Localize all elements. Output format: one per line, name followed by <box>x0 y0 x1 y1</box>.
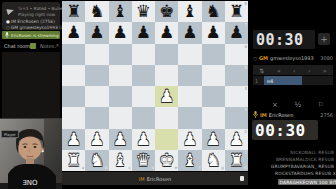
chat-toggle[interactable] <box>30 43 36 49</box>
first-move-icon[interactable]: « <box>277 67 281 74</box>
white-rook[interactable]: ♜ <box>66 152 81 169</box>
square-c3[interactable] <box>109 107 132 128</box>
player-info-row: IM EricRosen 2756 <box>253 111 333 118</box>
black-bishop[interactable]: ♝ <box>182 3 197 20</box>
black-pawn[interactable]: ♟ <box>89 24 104 41</box>
square-c1[interactable]: ♝c <box>109 150 132 171</box>
move-nav-controls: ⇅«‹›» <box>253 65 333 75</box>
offer-draw-icon[interactable]: ½ <box>294 101 301 109</box>
square-d5[interactable] <box>132 65 155 86</box>
square-b2[interactable]: ♟ <box>85 129 108 150</box>
white-bishop[interactable]: ♝ <box>182 152 197 169</box>
square-e1[interactable]: ♚e <box>155 150 178 171</box>
square-f5[interactable] <box>178 65 201 86</box>
shirt-text: ƎNO <box>22 179 38 187</box>
square-f3[interactable] <box>178 107 201 128</box>
square-h1[interactable]: ♜h1 <box>225 150 248 171</box>
board-player-bar: IM EricRosen <box>62 172 248 185</box>
square-g5[interactable] <box>202 65 225 86</box>
square-h8[interactable]: ♜8 <box>225 1 248 22</box>
white-knight[interactable]: ♞ <box>206 152 221 169</box>
square-f7[interactable]: ♟ <box>178 22 201 43</box>
next-move-icon[interactable]: › <box>308 67 310 74</box>
square-e4[interactable]: ♟ <box>155 86 178 107</box>
square-a5[interactable] <box>62 65 85 86</box>
player-title: IM <box>260 112 267 118</box>
webcam-caption: Player <box>1 130 19 138</box>
black-pawn[interactable]: ♟ <box>113 24 128 41</box>
square-d8[interactable]: ♛ <box>132 1 155 22</box>
stream-screen: ½+1 • Rated • Bullet Playing right now ●… <box>0 0 336 189</box>
square-g4[interactable] <box>202 86 225 107</box>
white-bishop[interactable]: ♝ <box>113 152 128 169</box>
rank-label: 2 <box>244 130 247 134</box>
white-pawn[interactable]: ♟ <box>182 131 197 148</box>
square-g7[interactable]: ♟ <box>202 22 225 43</box>
square-d4[interactable] <box>132 86 155 107</box>
white-pawn[interactable]: ♟ <box>206 131 221 148</box>
square-e6[interactable] <box>155 44 178 65</box>
square-f6[interactable] <box>178 44 201 65</box>
square-a1[interactable]: ♜a <box>62 150 85 171</box>
white-pawn[interactable]: ♟ <box>113 131 128 148</box>
black-pawn[interactable]: ♟ <box>182 24 197 41</box>
square-c5[interactable] <box>109 65 132 86</box>
white-pawn[interactable]: ♟ <box>89 131 104 148</box>
square-h4[interactable]: 4 <box>225 86 248 107</box>
opponent-clock: 00:30 <box>253 30 315 49</box>
white-rook[interactable]: ♜ <box>229 152 244 169</box>
square-d6[interactable] <box>132 44 155 65</box>
move-list: 1e4 <box>253 76 333 85</box>
player-clock: 00:30 <box>252 120 318 140</box>
flip-board-icon[interactable]: ⇅ <box>259 67 264 74</box>
square-a3[interactable] <box>62 107 85 128</box>
white-player-line: ●IM EricRosen (2756) <box>6 19 55 24</box>
square-f8[interactable]: ♝ <box>178 1 201 22</box>
white-king[interactable]: ♚ <box>159 152 174 169</box>
square-b7[interactable]: ♟ <box>85 22 108 43</box>
square-a6[interactable] <box>62 44 85 65</box>
file-label: e <box>175 166 177 170</box>
bullet-icon <box>6 7 15 15</box>
square-e7[interactable]: ♟ <box>155 22 178 43</box>
black-pawn[interactable]: ♟ <box>229 24 244 41</box>
stream-event: NICKOBALL RESUB X9 <box>290 150 336 155</box>
square-g6[interactable] <box>202 44 225 65</box>
online-dot-icon: ○ <box>253 56 257 61</box>
square-b5[interactable] <box>85 65 108 86</box>
square-b3[interactable] <box>85 107 108 128</box>
square-e2[interactable] <box>155 129 178 150</box>
stream-event: GRUMPYBAVARIAN_ RESUB X8 <box>271 164 336 169</box>
square-g1[interactable]: ♞g <box>202 150 225 171</box>
square-h6[interactable]: 6 <box>225 44 248 65</box>
square-e8[interactable]: ♚ <box>155 1 178 22</box>
tab-chat-room[interactable]: Chat room <box>4 43 30 49</box>
rank-label: 3 <box>244 108 247 112</box>
streamer-mic-icon <box>253 111 258 118</box>
expand-icon[interactable]: ↗ <box>54 42 59 49</box>
square-d1[interactable]: ♛d <box>132 150 155 171</box>
square-h5[interactable]: 5 <box>225 65 248 86</box>
white-knight[interactable]: ♞ <box>89 152 104 169</box>
chess-board[interactable]: ♜♞♝♛♚♝♞♜8♟♟♟♟♟♟♟♟765♟43♟♟♟♟♟♟♟2♜a♞b♝c♛d♚… <box>62 1 248 171</box>
time-control-label: ½+1 • Rated • Bullet <box>18 6 64 11</box>
white-pawn[interactable]: ♟ <box>159 88 174 105</box>
white-color-dot: ● <box>6 19 10 24</box>
file-label: h <box>244 166 247 170</box>
rank-label: 6 <box>244 45 247 49</box>
webcam-frame: ƎNO <box>0 118 62 189</box>
file-label: c <box>129 166 131 170</box>
file-label: d <box>151 166 154 170</box>
tab-notes[interactable]: Notes <box>40 43 54 49</box>
streaming-banner[interactable]: EricRosen is streaming <box>2 31 60 39</box>
square-e3[interactable] <box>155 107 178 128</box>
square-b6[interactable] <box>85 44 108 65</box>
opponent-rating: 3080 <box>320 55 333 61</box>
stream-event: ROCKSTARDUHS RESUB X11 <box>275 171 336 176</box>
white-pawn[interactable]: ♟ <box>136 131 151 148</box>
prev-move-icon[interactable]: ‹ <box>293 67 295 74</box>
square-b1[interactable]: ♞b <box>85 150 108 171</box>
white-pawn[interactable]: ♟ <box>66 131 81 148</box>
file-label: g <box>221 166 224 170</box>
white-pawn[interactable]: ♟ <box>229 131 244 148</box>
resign-flag-icon[interactable]: ⚐ <box>318 101 324 109</box>
square-a8[interactable]: ♜ <box>62 1 85 22</box>
square-c8[interactable]: ♝ <box>109 1 132 22</box>
abort-icon[interactable]: × <box>272 101 278 109</box>
black-bishop[interactable]: ♝ <box>113 3 128 20</box>
player-title: IM <box>139 176 145 182</box>
square-g8[interactable]: ♞ <box>202 1 225 22</box>
file-label: b <box>105 166 108 170</box>
square-h2[interactable]: ♟2 <box>225 129 248 150</box>
black-pawn[interactable]: ♟ <box>136 24 151 41</box>
square-f4[interactable] <box>178 86 201 107</box>
square-h3[interactable]: 3 <box>225 107 248 128</box>
overlay-badge-icon <box>240 176 244 181</box>
black-pawn[interactable]: ♟ <box>66 24 81 41</box>
square-e5[interactable] <box>155 65 178 86</box>
square-a7[interactable]: ♟ <box>62 22 85 43</box>
game-action-buttons: ×½⚐ <box>272 101 324 109</box>
player-rating: 2756 <box>320 112 333 118</box>
black-color-dot: ○ <box>6 25 10 30</box>
square-f2[interactable]: ♟ <box>178 129 201 150</box>
square-h7[interactable]: ♟7 <box>225 22 248 43</box>
opponent-title: GM <box>259 55 268 61</box>
square-a2[interactable]: ♟ <box>62 129 85 150</box>
chat-message-area <box>2 52 60 118</box>
move-index: 1 <box>253 78 264 84</box>
opponent-name[interactable]: gmwesleyso1993 <box>270 55 314 61</box>
square-d2[interactable]: ♟ <box>132 129 155 150</box>
player-name[interactable]: EricRosen <box>269 112 294 118</box>
square-g3[interactable] <box>202 107 225 128</box>
file-label: a <box>82 166 84 170</box>
stream-event: BRENNAMALDICK RESUB X9 <box>276 157 336 162</box>
square-b4[interactable] <box>85 86 108 107</box>
streaming-banner-label: EricRosen is streaming <box>11 33 59 38</box>
black-queen[interactable]: ♛ <box>136 3 151 20</box>
square-c2[interactable]: ♟ <box>109 129 132 150</box>
microphone-icon <box>5 32 9 38</box>
black-rook[interactable]: ♜ <box>66 3 81 20</box>
black-rook[interactable]: ♜ <box>229 3 244 20</box>
game-meta-box: ½+1 • Rated • Bullet Playing right now ●… <box>2 2 60 30</box>
square-d7[interactable]: ♟ <box>132 22 155 43</box>
black-king[interactable]: ♚ <box>159 3 174 20</box>
rank-label: 5 <box>244 66 247 70</box>
square-d3[interactable] <box>132 107 155 128</box>
square-c7[interactable]: ♟ <box>109 22 132 43</box>
rank-label: 4 <box>244 87 247 91</box>
last-move-icon[interactable]: » <box>323 67 327 74</box>
square-b8[interactable]: ♞ <box>85 1 108 22</box>
rank-label: 8 <box>244 2 247 6</box>
rank-label: 1 <box>244 151 247 155</box>
square-g2[interactable]: ♟ <box>202 129 225 150</box>
white-queen[interactable]: ♛ <box>136 152 151 169</box>
black-knight[interactable]: ♞ <box>206 3 221 20</box>
move-san[interactable]: e4 <box>264 76 302 85</box>
stream-event: DARAGHKEOWN 100 BITS <box>278 179 336 185</box>
rank-label: 7 <box>244 23 247 27</box>
file-label: f <box>199 166 200 170</box>
player-name: EricRosen <box>147 176 172 182</box>
give-time-button[interactable]: + <box>318 33 330 45</box>
square-f1[interactable]: ♝f <box>178 150 201 171</box>
square-c4[interactable] <box>109 86 132 107</box>
opponent-info-row: ○ GM gmwesleyso1993 3080 <box>253 55 333 61</box>
black-pawn[interactable]: ♟ <box>206 24 221 41</box>
game-status-label: Playing right now <box>18 12 55 17</box>
square-c6[interactable] <box>109 44 132 65</box>
black-knight[interactable]: ♞ <box>89 3 104 20</box>
square-a4[interactable] <box>62 86 85 107</box>
black-pawn[interactable]: ♟ <box>159 24 174 41</box>
